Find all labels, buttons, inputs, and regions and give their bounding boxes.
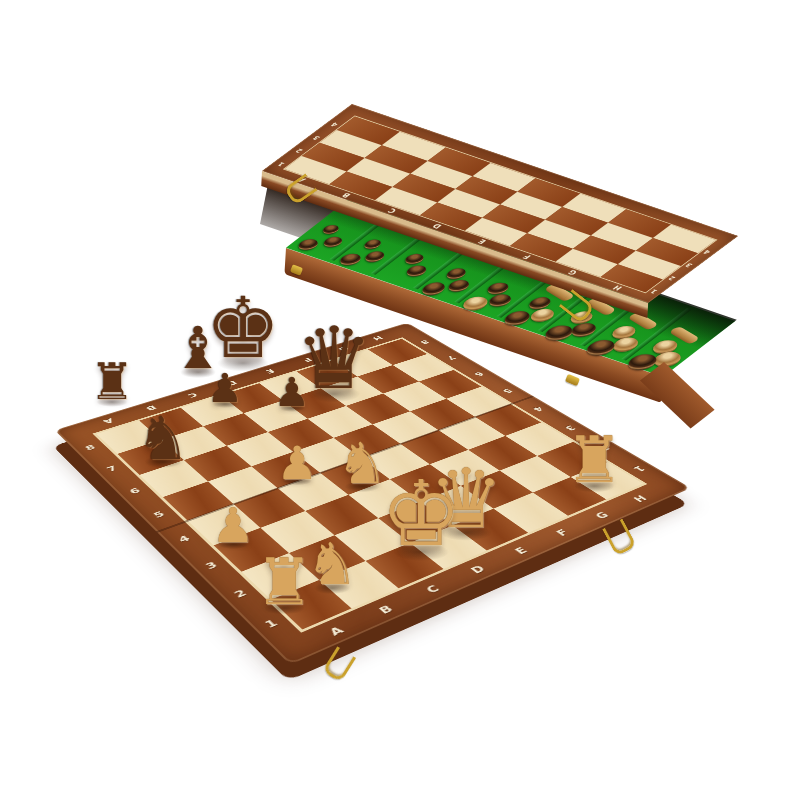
white-rook-h1: ♜ (565, 428, 622, 492)
product-photo-chess-set: ABCDEFGH ABCDEFGH 87654321 87654321 ABCD… (0, 0, 800, 800)
black-pawn-d6: ♟ (274, 372, 310, 412)
stored-piece-base (321, 235, 346, 249)
stored-piece-base (294, 237, 321, 252)
white-pawn-a3: ♟ (211, 501, 254, 549)
tray-hinge-right (565, 374, 580, 386)
black-pawn-c7: ♟ (207, 368, 243, 408)
white-rook-a1: ♜ (255, 550, 312, 614)
black-knight-a6: ♞ (136, 408, 190, 468)
black-rook-a8: ♜ (90, 357, 135, 407)
white-pawn-c4: ♟ (276, 440, 317, 486)
white-king-d1: ♚ (381, 469, 462, 559)
white-knight-b1: ♞ (306, 535, 358, 593)
